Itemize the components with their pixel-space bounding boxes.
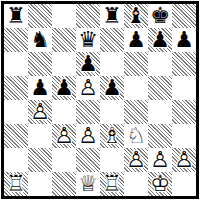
square-c5[interactable]: ♟♟ bbox=[52, 76, 76, 100]
square-e1[interactable]: ♜♖ bbox=[100, 172, 124, 196]
piece-glyph: ♖ bbox=[4, 172, 28, 196]
black-pawn: ♟♟ bbox=[52, 76, 76, 100]
square-h1[interactable] bbox=[172, 172, 196, 196]
square-b2[interactable] bbox=[28, 148, 52, 172]
square-g8[interactable]: ♚♚ bbox=[148, 4, 172, 28]
square-d8[interactable] bbox=[76, 4, 100, 28]
square-b5[interactable]: ♟♟ bbox=[28, 76, 52, 100]
square-e6[interactable] bbox=[100, 52, 124, 76]
square-e3[interactable]: ♝♗ bbox=[100, 124, 124, 148]
square-e8[interactable]: ♜♜ bbox=[100, 4, 124, 28]
piece-glyph: ♟ bbox=[100, 76, 124, 100]
square-g5[interactable] bbox=[148, 76, 172, 100]
square-a6[interactable] bbox=[4, 52, 28, 76]
piece-glyph: ♙ bbox=[124, 148, 148, 172]
white-rook: ♜♖ bbox=[100, 172, 124, 196]
black-pawn: ♟♟ bbox=[124, 28, 148, 52]
square-d2[interactable] bbox=[76, 148, 100, 172]
square-g1[interactable]: ♚♔ bbox=[148, 172, 172, 196]
square-c1[interactable] bbox=[52, 172, 76, 196]
square-f3[interactable]: ♞♘ bbox=[124, 124, 148, 148]
square-d6[interactable]: ♟♟ bbox=[76, 52, 100, 76]
square-e7[interactable] bbox=[100, 28, 124, 52]
piece-glyph: ♙ bbox=[76, 76, 100, 100]
black-pawn: ♟♟ bbox=[28, 76, 52, 100]
piece-glyph: ♙ bbox=[28, 100, 52, 124]
square-f4[interactable] bbox=[124, 100, 148, 124]
white-rook: ♜♖ bbox=[4, 172, 28, 196]
white-pawn: ♟♙ bbox=[52, 124, 76, 148]
square-b4[interactable]: ♟♙ bbox=[28, 100, 52, 124]
square-h8[interactable] bbox=[172, 4, 196, 28]
square-d5[interactable]: ♟♙ bbox=[76, 76, 100, 100]
square-e2[interactable] bbox=[100, 148, 124, 172]
square-c2[interactable] bbox=[52, 148, 76, 172]
white-pawn: ♟♙ bbox=[76, 124, 100, 148]
white-queen: ♛♕ bbox=[76, 172, 100, 196]
piece-glyph: ♗ bbox=[100, 124, 124, 148]
square-e4[interactable] bbox=[100, 100, 124, 124]
square-d7[interactable]: ♛♛ bbox=[76, 28, 100, 52]
black-pawn: ♟♟ bbox=[172, 28, 196, 52]
square-g7[interactable]: ♟♟ bbox=[148, 28, 172, 52]
black-pawn: ♟♟ bbox=[148, 28, 172, 52]
square-a8[interactable]: ♜♜ bbox=[4, 4, 28, 28]
square-a5[interactable] bbox=[4, 76, 28, 100]
piece-glyph: ♝ bbox=[124, 4, 148, 28]
white-pawn: ♟♙ bbox=[124, 148, 148, 172]
white-pawn: ♟♙ bbox=[172, 148, 196, 172]
square-f7[interactable]: ♟♟ bbox=[124, 28, 148, 52]
white-pawn: ♟♙ bbox=[76, 76, 100, 100]
square-d4[interactable] bbox=[76, 100, 100, 124]
piece-glyph: ♘ bbox=[124, 124, 148, 148]
square-h5[interactable] bbox=[172, 76, 196, 100]
square-c4[interactable] bbox=[52, 100, 76, 124]
black-bishop: ♝♝ bbox=[124, 4, 148, 28]
piece-glyph: ♙ bbox=[172, 148, 196, 172]
piece-glyph: ♙ bbox=[52, 124, 76, 148]
square-b7[interactable]: ♞♞ bbox=[28, 28, 52, 52]
white-bishop: ♝♗ bbox=[100, 124, 124, 148]
square-c7[interactable] bbox=[52, 28, 76, 52]
white-knight: ♞♘ bbox=[124, 124, 148, 148]
square-h6[interactable] bbox=[172, 52, 196, 76]
white-pawn: ♟♙ bbox=[28, 100, 52, 124]
piece-glyph: ♟ bbox=[148, 28, 172, 52]
square-a4[interactable] bbox=[4, 100, 28, 124]
piece-glyph: ♟ bbox=[28, 76, 52, 100]
square-f2[interactable]: ♟♙ bbox=[124, 148, 148, 172]
square-c8[interactable] bbox=[52, 4, 76, 28]
square-b6[interactable] bbox=[28, 52, 52, 76]
piece-glyph: ♟ bbox=[172, 28, 196, 52]
square-h3[interactable] bbox=[172, 124, 196, 148]
square-b3[interactable] bbox=[28, 124, 52, 148]
square-d3[interactable]: ♟♙ bbox=[76, 124, 100, 148]
square-c6[interactable] bbox=[52, 52, 76, 76]
square-g2[interactable]: ♟♙ bbox=[148, 148, 172, 172]
square-e5[interactable]: ♟♟ bbox=[100, 76, 124, 100]
square-g3[interactable] bbox=[148, 124, 172, 148]
square-g6[interactable] bbox=[148, 52, 172, 76]
black-knight: ♞♞ bbox=[28, 28, 52, 52]
piece-glyph: ♜ bbox=[4, 4, 28, 28]
piece-glyph: ♟ bbox=[52, 76, 76, 100]
black-queen: ♛♛ bbox=[76, 28, 100, 52]
piece-glyph: ♖ bbox=[100, 172, 124, 196]
square-b8[interactable] bbox=[28, 4, 52, 28]
black-king: ♚♚ bbox=[148, 4, 172, 28]
square-a7[interactable] bbox=[4, 28, 28, 52]
square-a1[interactable]: ♜♖ bbox=[4, 172, 28, 196]
white-king: ♚♔ bbox=[148, 172, 172, 196]
square-b1[interactable] bbox=[28, 172, 52, 196]
piece-glyph: ♛ bbox=[76, 28, 100, 52]
square-h2[interactable]: ♟♙ bbox=[172, 148, 196, 172]
square-g4[interactable] bbox=[148, 100, 172, 124]
square-c3[interactable]: ♟♙ bbox=[52, 124, 76, 148]
square-a3[interactable] bbox=[4, 124, 28, 148]
piece-glyph: ♜ bbox=[100, 4, 124, 28]
square-f5[interactable] bbox=[124, 76, 148, 100]
black-rook: ♜♜ bbox=[4, 4, 28, 28]
square-a2[interactable] bbox=[4, 148, 28, 172]
chess-board: ♜♜♜♜♝♝♚♚♞♞♛♛♟♟♟♟♟♟♟♟♟♟♟♟♟♙♟♟♟♙♟♙♟♙♝♗♞♘♟♙… bbox=[1, 1, 199, 199]
piece-glyph: ♞ bbox=[28, 28, 52, 52]
piece-glyph: ♟ bbox=[76, 52, 100, 76]
square-d1[interactable]: ♛♕ bbox=[76, 172, 100, 196]
piece-glyph: ♙ bbox=[148, 148, 172, 172]
square-f1[interactable] bbox=[124, 172, 148, 196]
square-f8[interactable]: ♝♝ bbox=[124, 4, 148, 28]
black-rook: ♜♜ bbox=[100, 4, 124, 28]
piece-glyph: ♟ bbox=[124, 28, 148, 52]
piece-glyph: ♕ bbox=[76, 172, 100, 196]
square-h7[interactable]: ♟♟ bbox=[172, 28, 196, 52]
white-pawn: ♟♙ bbox=[148, 148, 172, 172]
chess-diagram: ♜♜♜♜♝♝♚♚♞♞♛♛♟♟♟♟♟♟♟♟♟♟♟♟♟♙♟♟♟♙♟♙♟♙♝♗♞♘♟♙… bbox=[0, 0, 200, 200]
piece-glyph: ♚ bbox=[148, 4, 172, 28]
square-f6[interactable] bbox=[124, 52, 148, 76]
square-h4[interactable] bbox=[172, 100, 196, 124]
piece-glyph: ♔ bbox=[148, 172, 172, 196]
black-pawn: ♟♟ bbox=[100, 76, 124, 100]
piece-glyph: ♙ bbox=[76, 124, 100, 148]
black-pawn: ♟♟ bbox=[76, 52, 100, 76]
